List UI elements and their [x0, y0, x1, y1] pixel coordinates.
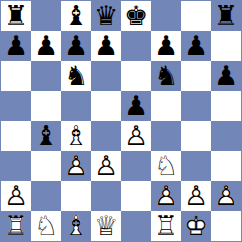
- square-f2[interactable]: ♟♙: [151, 181, 181, 211]
- white-pawn[interactable]: ♟♙: [181, 181, 211, 211]
- square-c4[interactable]: ♝♗: [61, 121, 91, 151]
- white-rook[interactable]: ♜♖: [1, 211, 31, 241]
- white-pawn[interactable]: ♟♙: [91, 151, 121, 181]
- black-queen[interactable]: ♛: [91, 1, 121, 31]
- square-d1[interactable]: ♛♕: [91, 211, 121, 241]
- white-knight[interactable]: ♞♘: [31, 211, 61, 241]
- square-a7[interactable]: ♟: [1, 31, 31, 61]
- square-b5[interactable]: [31, 91, 61, 121]
- square-d6[interactable]: [91, 61, 121, 91]
- square-e1[interactable]: [121, 211, 151, 241]
- square-g8[interactable]: [181, 1, 211, 31]
- square-a3[interactable]: [1, 151, 31, 181]
- square-a4[interactable]: [1, 121, 31, 151]
- square-h5[interactable]: [211, 91, 241, 121]
- square-c2[interactable]: [61, 181, 91, 211]
- piece-glyph: ♟: [181, 31, 211, 61]
- square-g1[interactable]: ♚♔: [181, 211, 211, 241]
- square-e7[interactable]: [121, 31, 151, 61]
- square-f4[interactable]: [151, 121, 181, 151]
- piece-outline-layer: ♖: [151, 211, 181, 241]
- piece-glyph: ♞: [61, 61, 91, 91]
- square-g6[interactable]: [181, 61, 211, 91]
- white-queen[interactable]: ♛♕: [91, 211, 121, 241]
- piece-glyph: ♟: [61, 31, 91, 61]
- square-e6[interactable]: [121, 61, 151, 91]
- white-bishop[interactable]: ♝♗: [61, 121, 91, 151]
- piece-glyph: ♞: [151, 61, 181, 91]
- chess-board: ♜♝♛♚♜♟♟♟♟♟♟♞♞♟♟♝♝♗♟♙♟♙♟♙♞♘♟♙♟♙♟♙♟♙♜♖♞♘♝♗…: [0, 0, 242, 242]
- piece-outline-layer: ♕: [91, 211, 121, 241]
- piece-glyph: ♝: [31, 121, 61, 151]
- black-pawn[interactable]: ♟: [61, 31, 91, 61]
- black-knight[interactable]: ♞: [61, 61, 91, 91]
- square-d5[interactable]: [91, 91, 121, 121]
- piece-outline-layer: ♖: [1, 211, 31, 241]
- black-pawn[interactable]: ♟: [151, 31, 181, 61]
- square-a2[interactable]: ♟♙: [1, 181, 31, 211]
- square-f5[interactable]: [151, 91, 181, 121]
- square-d2[interactable]: [91, 181, 121, 211]
- square-e8[interactable]: ♚: [121, 1, 151, 31]
- square-c3[interactable]: ♟♙: [61, 151, 91, 181]
- piece-glyph: ♚: [121, 1, 151, 31]
- square-g2[interactable]: ♟♙: [181, 181, 211, 211]
- black-pawn[interactable]: ♟: [121, 91, 151, 121]
- piece-outline-layer: ♘: [31, 211, 61, 241]
- piece-glyph: ♟: [31, 31, 61, 61]
- black-pawn[interactable]: ♟: [91, 31, 121, 61]
- piece-outline-layer: ♙: [211, 181, 241, 211]
- white-knight[interactable]: ♞♘: [151, 151, 181, 181]
- square-f8[interactable]: [151, 1, 181, 31]
- white-pawn[interactable]: ♟♙: [121, 121, 151, 151]
- piece-outline-layer: ♙: [181, 181, 211, 211]
- square-c7[interactable]: ♟: [61, 31, 91, 61]
- piece-outline-layer: ♗: [61, 211, 91, 241]
- square-b3[interactable]: [31, 151, 61, 181]
- square-f7[interactable]: ♟: [151, 31, 181, 61]
- square-g5[interactable]: [181, 91, 211, 121]
- black-bishop[interactable]: ♝: [61, 1, 91, 31]
- piece-outline-layer: ♙: [91, 151, 121, 181]
- square-c8[interactable]: ♝: [61, 1, 91, 31]
- square-e5[interactable]: ♟: [121, 91, 151, 121]
- white-pawn[interactable]: ♟♙: [211, 181, 241, 211]
- square-g4[interactable]: [181, 121, 211, 151]
- piece-outline-layer: ♔: [181, 211, 211, 241]
- square-b7[interactable]: ♟: [31, 31, 61, 61]
- square-h6[interactable]: ♟: [211, 61, 241, 91]
- square-d7[interactable]: ♟: [91, 31, 121, 61]
- black-pawn[interactable]: ♟: [31, 31, 61, 61]
- square-a5[interactable]: [1, 91, 31, 121]
- piece-glyph: ♟: [1, 31, 31, 61]
- square-h8[interactable]: ♜: [211, 1, 241, 31]
- square-f6[interactable]: ♞: [151, 61, 181, 91]
- square-e3[interactable]: [121, 151, 151, 181]
- piece-glyph: ♛: [91, 1, 121, 31]
- square-c6[interactable]: ♞: [61, 61, 91, 91]
- white-pawn[interactable]: ♟♙: [1, 181, 31, 211]
- piece-glyph: ♟: [151, 31, 181, 61]
- piece-outline-layer: ♗: [61, 121, 91, 151]
- square-h7[interactable]: [211, 31, 241, 61]
- piece-outline-layer: ♙: [121, 121, 151, 151]
- square-b2[interactable]: [31, 181, 61, 211]
- piece-outline-layer: ♘: [151, 151, 181, 181]
- square-a1[interactable]: ♜♖: [1, 211, 31, 241]
- piece-glyph: ♟: [91, 31, 121, 61]
- square-c1[interactable]: ♝♗: [61, 211, 91, 241]
- piece-glyph: ♟: [121, 91, 151, 121]
- square-d4[interactable]: [91, 121, 121, 151]
- piece-outline-layer: ♙: [61, 151, 91, 181]
- square-b1[interactable]: ♞♘: [31, 211, 61, 241]
- white-king[interactable]: ♚♔: [181, 211, 211, 241]
- square-a6[interactable]: [1, 61, 31, 91]
- square-d8[interactable]: ♛: [91, 1, 121, 31]
- square-c5[interactable]: [61, 91, 91, 121]
- square-h3[interactable]: [211, 151, 241, 181]
- piece-outline-layer: ♙: [151, 181, 181, 211]
- piece-glyph: ♜: [211, 1, 241, 31]
- square-f3[interactable]: ♞♘: [151, 151, 181, 181]
- square-g3[interactable]: [181, 151, 211, 181]
- square-d3[interactable]: ♟♙: [91, 151, 121, 181]
- square-a8[interactable]: ♜: [1, 1, 31, 31]
- piece-outline-layer: ♙: [1, 181, 31, 211]
- square-h2[interactable]: ♟♙: [211, 181, 241, 211]
- black-pawn[interactable]: ♟: [211, 61, 241, 91]
- square-e2[interactable]: [121, 181, 151, 211]
- black-bishop[interactable]: ♝: [31, 121, 61, 151]
- piece-glyph: ♜: [1, 1, 31, 31]
- black-rook[interactable]: ♜: [1, 1, 31, 31]
- square-h4[interactable]: [211, 121, 241, 151]
- board-grid: ♜♝♛♚♜♟♟♟♟♟♟♞♞♟♟♝♝♗♟♙♟♙♟♙♞♘♟♙♟♙♟♙♟♙♜♖♞♘♝♗…: [1, 1, 241, 241]
- black-knight[interactable]: ♞: [151, 61, 181, 91]
- piece-glyph: ♝: [61, 1, 91, 31]
- square-f1[interactable]: ♜♖: [151, 211, 181, 241]
- square-b4[interactable]: ♝: [31, 121, 61, 151]
- square-h1[interactable]: [211, 211, 241, 241]
- white-rook[interactable]: ♜♖: [151, 211, 181, 241]
- white-pawn[interactable]: ♟♙: [151, 181, 181, 211]
- black-rook[interactable]: ♜: [211, 1, 241, 31]
- square-g7[interactable]: ♟: [181, 31, 211, 61]
- white-pawn[interactable]: ♟♙: [61, 151, 91, 181]
- white-bishop[interactable]: ♝♗: [61, 211, 91, 241]
- piece-glyph: ♟: [211, 61, 241, 91]
- black-king[interactable]: ♚: [121, 1, 151, 31]
- square-b6[interactable]: [31, 61, 61, 91]
- square-e4[interactable]: ♟♙: [121, 121, 151, 151]
- black-pawn[interactable]: ♟: [1, 31, 31, 61]
- square-b8[interactable]: [31, 1, 61, 31]
- black-pawn[interactable]: ♟: [181, 31, 211, 61]
